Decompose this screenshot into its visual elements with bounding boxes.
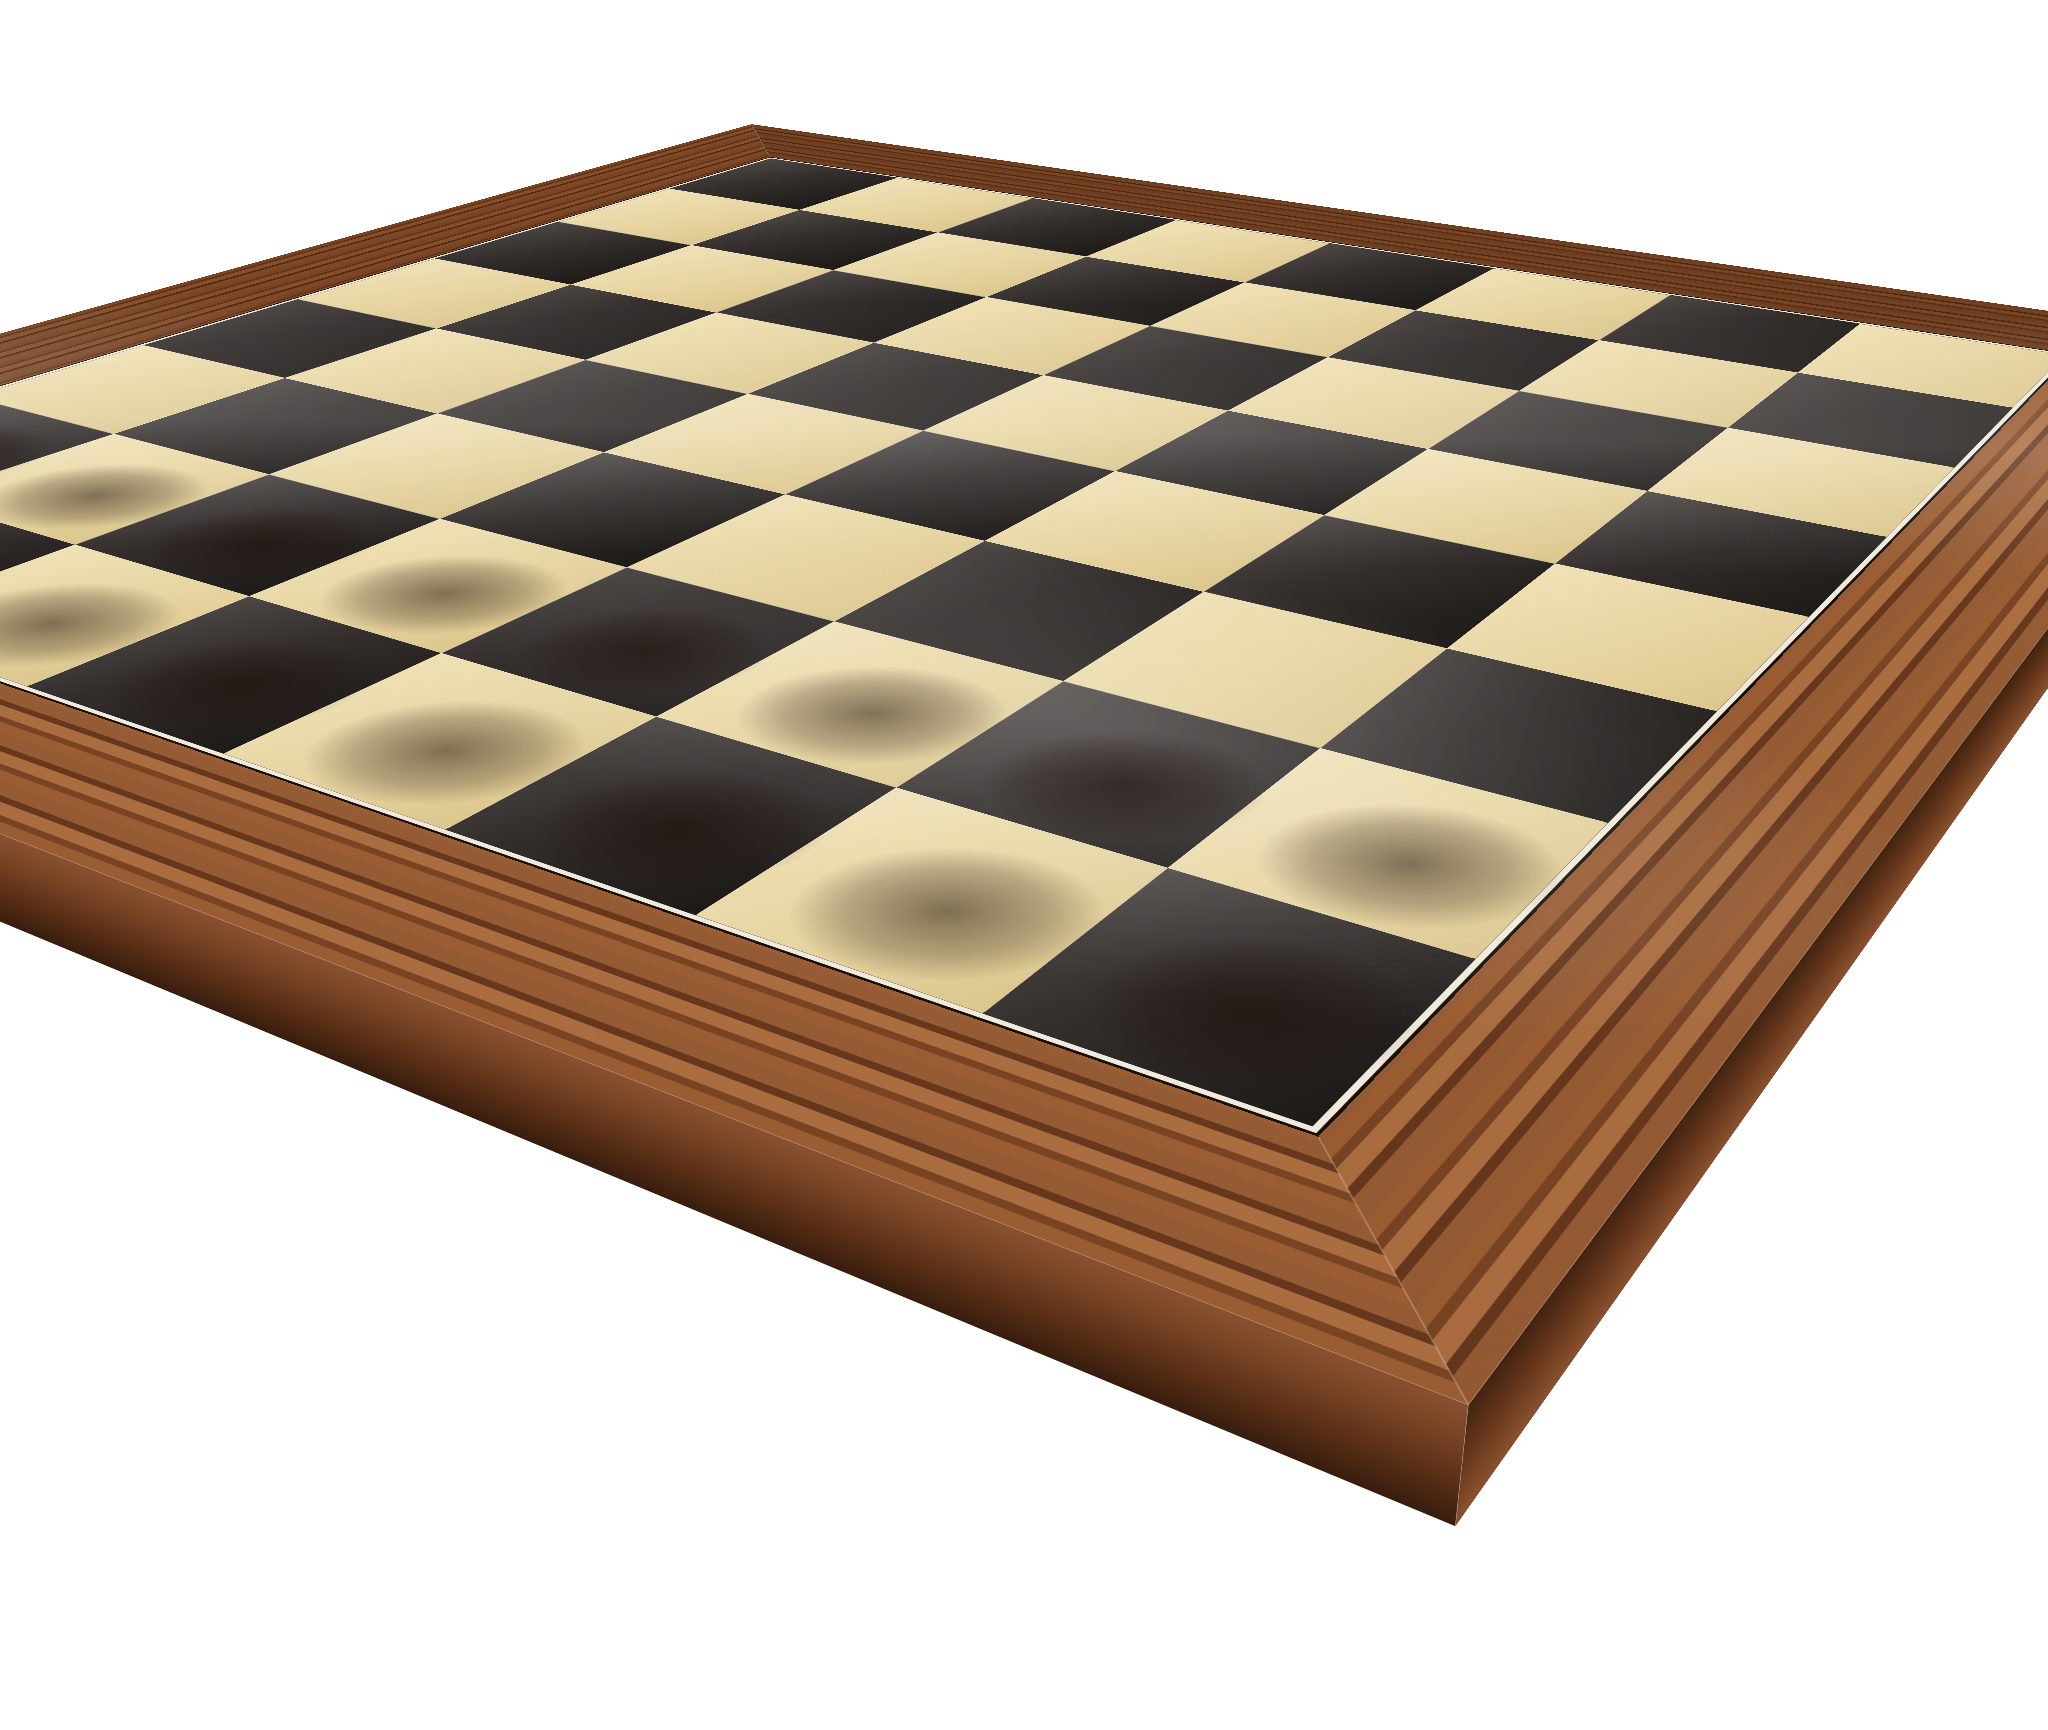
chess-board: ♟♟♟♟♟♟♟♟♜♞♝♛♚♝♞♜ [0,124,2048,1405]
rook-glyph: ♜ [694,348,1774,1002]
product-photo-scene: ♟♟♟♟♟♟♟♟♜♞♝♛♚♝♞♜ [0,0,2048,1730]
